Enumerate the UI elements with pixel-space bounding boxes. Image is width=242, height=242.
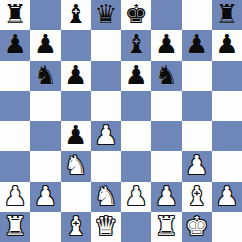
- black-pawn[interactable]: ♟: [155, 31, 178, 57]
- black-pawn[interactable]: ♟: [34, 31, 57, 57]
- square-c4[interactable]: ♟: [61, 121, 91, 151]
- square-e8[interactable]: ♚: [121, 0, 151, 30]
- square-e7[interactable]: ♝: [121, 30, 151, 60]
- square-f5[interactable]: [151, 91, 181, 121]
- square-g3[interactable]: ♟: [182, 151, 212, 181]
- square-f1[interactable]: ♜: [151, 212, 181, 242]
- square-a8[interactable]: ♜: [0, 0, 30, 30]
- square-g7[interactable]: ♟: [182, 30, 212, 60]
- black-pawn[interactable]: ♟: [64, 122, 87, 148]
- square-h6[interactable]: [212, 61, 242, 91]
- square-b1[interactable]: [30, 212, 60, 242]
- square-b7[interactable]: ♟: [30, 30, 60, 60]
- white-pawn[interactable]: ♟: [215, 183, 238, 209]
- square-b3[interactable]: [30, 151, 60, 181]
- black-knight[interactable]: ♞: [155, 62, 178, 88]
- square-c3[interactable]: ♞: [61, 151, 91, 181]
- square-h1[interactable]: [212, 212, 242, 242]
- square-d5[interactable]: [91, 91, 121, 121]
- square-h2[interactable]: ♟: [212, 182, 242, 212]
- square-h3[interactable]: [212, 151, 242, 181]
- white-pawn[interactable]: ♟: [155, 183, 178, 209]
- square-c2[interactable]: [61, 182, 91, 212]
- black-pawn[interactable]: ♟: [215, 31, 238, 57]
- square-d7[interactable]: [91, 30, 121, 60]
- white-pawn[interactable]: ♟: [185, 152, 208, 178]
- black-bishop[interactable]: ♝: [124, 31, 147, 57]
- square-c7[interactable]: [61, 30, 91, 60]
- square-g2[interactable]: ♝: [182, 182, 212, 212]
- black-king[interactable]: ♚: [124, 1, 147, 27]
- square-e2[interactable]: ♟: [121, 182, 151, 212]
- white-pawn[interactable]: ♟: [3, 183, 26, 209]
- black-pawn[interactable]: ♟: [64, 62, 87, 88]
- square-f4[interactable]: [151, 121, 181, 151]
- white-bishop[interactable]: ♝: [185, 183, 208, 209]
- square-a3[interactable]: [0, 151, 30, 181]
- white-pawn[interactable]: ♟: [94, 122, 117, 148]
- square-f6[interactable]: ♞: [151, 61, 181, 91]
- square-b6[interactable]: ♞: [30, 61, 60, 91]
- square-d6[interactable]: [91, 61, 121, 91]
- black-pawn[interactable]: ♟: [124, 62, 147, 88]
- white-bishop[interactable]: ♝: [64, 213, 87, 239]
- square-c5[interactable]: [61, 91, 91, 121]
- square-e3[interactable]: [121, 151, 151, 181]
- black-pawn[interactable]: ♟: [185, 31, 208, 57]
- white-pawn[interactable]: ♟: [34, 183, 57, 209]
- square-a1[interactable]: ♜: [0, 212, 30, 242]
- square-g6[interactable]: [182, 61, 212, 91]
- black-rook[interactable]: ♜: [3, 1, 26, 27]
- square-d4[interactable]: ♟: [91, 121, 121, 151]
- square-a4[interactable]: [0, 121, 30, 151]
- square-f7[interactable]: ♟: [151, 30, 181, 60]
- square-d2[interactable]: ♞: [91, 182, 121, 212]
- black-knight[interactable]: ♞: [34, 62, 57, 88]
- square-e5[interactable]: [121, 91, 151, 121]
- square-b4[interactable]: [30, 121, 60, 151]
- white-knight[interactable]: ♞: [94, 183, 117, 209]
- square-b8[interactable]: [30, 0, 60, 30]
- square-a2[interactable]: ♟: [0, 182, 30, 212]
- square-d8[interactable]: ♛: [91, 0, 121, 30]
- square-b5[interactable]: [30, 91, 60, 121]
- square-e6[interactable]: ♟: [121, 61, 151, 91]
- square-g4[interactable]: [182, 121, 212, 151]
- square-g8[interactable]: [182, 0, 212, 30]
- square-h8[interactable]: ♜: [212, 0, 242, 30]
- square-h7[interactable]: ♟: [212, 30, 242, 60]
- square-g1[interactable]: ♚: [182, 212, 212, 242]
- black-pawn[interactable]: ♟: [3, 31, 26, 57]
- square-g5[interactable]: [182, 91, 212, 121]
- square-c8[interactable]: ♝: [61, 0, 91, 30]
- square-b2[interactable]: ♟: [30, 182, 60, 212]
- square-d1[interactable]: ♛: [91, 212, 121, 242]
- white-rook[interactable]: ♜: [155, 213, 178, 239]
- square-f8[interactable]: [151, 0, 181, 30]
- square-d3[interactable]: [91, 151, 121, 181]
- square-e4[interactable]: [121, 121, 151, 151]
- square-a7[interactable]: ♟: [0, 30, 30, 60]
- white-queen[interactable]: ♛: [94, 213, 117, 239]
- square-a6[interactable]: [0, 61, 30, 91]
- chess-board: ♜♝♛♚♜♟♟♝♟♟♟♞♟♟♞♟♟♞♟♟♟♞♟♟♝♟♜♝♛♜♚: [0, 0, 242, 242]
- square-h4[interactable]: [212, 121, 242, 151]
- square-h5[interactable]: [212, 91, 242, 121]
- square-f3[interactable]: [151, 151, 181, 181]
- black-bishop[interactable]: ♝: [64, 1, 87, 27]
- square-f2[interactable]: ♟: [151, 182, 181, 212]
- square-a5[interactable]: [0, 91, 30, 121]
- chess-board-container: ♜♝♛♚♜♟♟♝♟♟♟♞♟♟♞♟♟♞♟♟♟♞♟♟♝♟♜♝♛♜♚: [0, 0, 242, 242]
- black-rook[interactable]: ♜: [215, 1, 238, 27]
- white-king[interactable]: ♚: [185, 213, 208, 239]
- square-c1[interactable]: ♝: [61, 212, 91, 242]
- white-rook[interactable]: ♜: [3, 213, 26, 239]
- white-pawn[interactable]: ♟: [124, 183, 147, 209]
- white-knight[interactable]: ♞: [64, 152, 87, 178]
- black-queen[interactable]: ♛: [94, 1, 117, 27]
- square-e1[interactable]: [121, 212, 151, 242]
- square-c6[interactable]: ♟: [61, 61, 91, 91]
